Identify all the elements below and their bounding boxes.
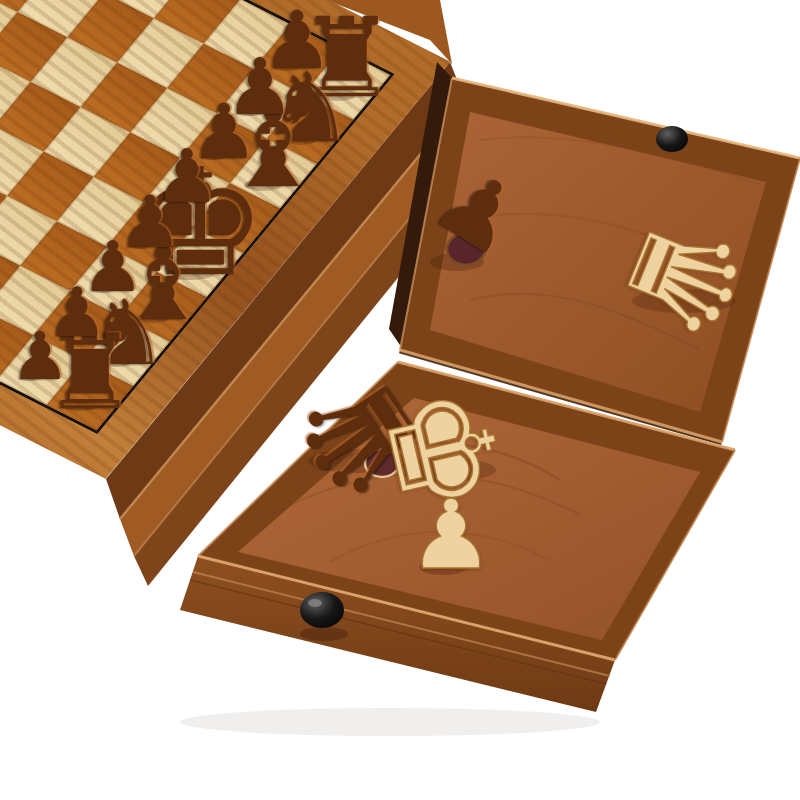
piece-shadow bbox=[284, 135, 316, 145]
bottom-drawer-knob-shadow bbox=[300, 627, 348, 641]
piece-shadow bbox=[318, 89, 356, 101]
felt-pad-light-king bbox=[365, 449, 399, 477]
product-photo-stage: ♜♞♝♚♝♞♜♟♟♟♟♟♟♟♟♟♛♛♚♟ bbox=[0, 0, 800, 800]
piece-shadow bbox=[91, 285, 115, 293]
bottom-drawer-knob-highlight bbox=[308, 599, 322, 607]
piece-shadow bbox=[201, 152, 227, 160]
board-piece-shadows bbox=[19, 63, 356, 411]
piece-shadow bbox=[128, 241, 152, 249]
piece-shadow bbox=[136, 313, 170, 323]
piece-shadow bbox=[632, 289, 736, 313]
piece-shadow bbox=[62, 401, 98, 411]
piece-shadow bbox=[19, 375, 41, 381]
piece-shadow bbox=[55, 331, 79, 337]
drawer-graphics bbox=[0, 0, 800, 800]
piece-shadow bbox=[273, 63, 301, 71]
piece-shadow bbox=[244, 179, 282, 191]
top-drawer-knob[interactable] bbox=[656, 126, 688, 152]
piece-shadow bbox=[237, 108, 263, 116]
piece-shadow bbox=[396, 458, 496, 482]
product-ground-shadow bbox=[180, 708, 600, 736]
piece-shadow bbox=[419, 559, 467, 575]
felt-pad-dark-pawn bbox=[447, 233, 485, 265]
piece-shadow bbox=[164, 196, 190, 204]
bottom-drawer-knob[interactable] bbox=[300, 592, 344, 628]
piece-shadow bbox=[165, 266, 215, 280]
piece-shadow bbox=[102, 357, 132, 367]
